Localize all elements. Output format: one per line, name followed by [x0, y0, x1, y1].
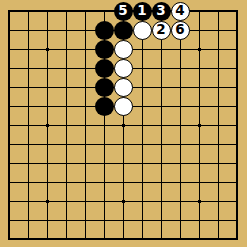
- stone-move-number: 3: [156, 4, 165, 18]
- stone-black: [95, 21, 114, 40]
- stone-move-number: 4: [175, 4, 184, 18]
- go-diagram: 513426: [0, 0, 247, 247]
- stone-white-move-6: 6: [171, 21, 190, 40]
- stone-white: [114, 78, 133, 97]
- stone-black-move-3: 3: [152, 2, 171, 21]
- stone-white: [133, 21, 152, 40]
- stone-move-number: 5: [118, 4, 127, 18]
- stone-black-move-1: 1: [133, 2, 152, 21]
- stone-black: [95, 40, 114, 59]
- stone-move-number: 1: [137, 4, 146, 18]
- stone-white: [114, 59, 133, 78]
- stone-move-number: 2: [156, 23, 165, 37]
- stone-white: [114, 40, 133, 59]
- stone-white-move-2: 2: [152, 21, 171, 40]
- stone-move-number: 6: [175, 23, 184, 37]
- go-board: 513426: [0, 0, 247, 247]
- stone-grid: 513426: [0, 2, 247, 247]
- stone-white: [114, 97, 133, 116]
- stone-black: [95, 78, 114, 97]
- stone-black: [95, 97, 114, 116]
- stone-black: [95, 59, 114, 78]
- stone-white-move-4: 4: [171, 2, 190, 21]
- stone-black: [114, 21, 133, 40]
- stone-black-move-5: 5: [114, 2, 133, 21]
